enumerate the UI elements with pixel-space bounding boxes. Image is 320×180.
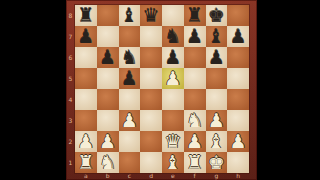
chessboard: ♜♝♛♜♚♟♞♟♝♟♟♞♟♟♟♟♟♞♟♟♟♛♟♝♟♜♞♝♜♚ bbox=[75, 5, 249, 173]
letterbox-left bbox=[0, 0, 66, 180]
rank-label-5: 5 bbox=[66, 68, 75, 89]
square-d5 bbox=[140, 68, 162, 89]
file-label-a: a bbox=[75, 172, 97, 180]
rank-label-3: 3 bbox=[66, 110, 75, 131]
square-e5: ♟ bbox=[162, 68, 184, 89]
square-f1: ♜ bbox=[184, 152, 206, 173]
square-f2: ♟ bbox=[184, 131, 206, 152]
black-knight-c6: ♞ bbox=[121, 47, 138, 68]
square-c6: ♞ bbox=[119, 47, 141, 68]
file-label-e: e bbox=[162, 172, 184, 180]
black-pawn-g6: ♟ bbox=[208, 47, 225, 68]
file-label-b: b bbox=[97, 172, 119, 180]
file-label-c: c bbox=[119, 172, 141, 180]
square-b7 bbox=[97, 26, 119, 47]
rank-label-8: 8 bbox=[66, 5, 75, 26]
square-b2: ♟ bbox=[97, 131, 119, 152]
white-bishop-e1: ♝ bbox=[164, 152, 181, 173]
square-a8: ♜ bbox=[75, 5, 97, 26]
letterbox-right bbox=[257, 0, 320, 180]
white-knight-f3: ♞ bbox=[186, 110, 203, 131]
square-b5 bbox=[97, 68, 119, 89]
square-e7: ♞ bbox=[162, 26, 184, 47]
square-c8: ♝ bbox=[119, 5, 141, 26]
square-d4 bbox=[140, 89, 162, 110]
black-pawn-a7: ♟ bbox=[77, 26, 94, 47]
black-rook-a8: ♜ bbox=[77, 5, 94, 26]
rank-label-1: 1 bbox=[66, 152, 75, 173]
square-a1: ♜ bbox=[75, 152, 97, 173]
square-c4 bbox=[119, 89, 141, 110]
square-g1: ♚ bbox=[206, 152, 228, 173]
rank-label-2: 2 bbox=[66, 131, 75, 152]
square-e1: ♝ bbox=[162, 152, 184, 173]
white-pawn-c3: ♟ bbox=[121, 110, 138, 131]
square-d6 bbox=[140, 47, 162, 68]
square-f8: ♜ bbox=[184, 5, 206, 26]
square-a3 bbox=[75, 110, 97, 131]
file-label-f: f bbox=[184, 172, 206, 180]
square-f7: ♟ bbox=[184, 26, 206, 47]
square-h7: ♟ bbox=[227, 26, 249, 47]
square-g7: ♝ bbox=[206, 26, 228, 47]
black-pawn-h7: ♟ bbox=[230, 26, 247, 47]
white-queen-e2: ♛ bbox=[164, 131, 181, 152]
rank-label-6: 6 bbox=[66, 47, 75, 68]
black-pawn-f7: ♟ bbox=[186, 26, 203, 47]
square-h3 bbox=[227, 110, 249, 131]
square-g4 bbox=[206, 89, 228, 110]
square-d8: ♛ bbox=[140, 5, 162, 26]
square-d7 bbox=[140, 26, 162, 47]
square-g2: ♝ bbox=[206, 131, 228, 152]
square-c7 bbox=[119, 26, 141, 47]
rank-label-7: 7 bbox=[66, 26, 75, 47]
file-label-g: g bbox=[206, 172, 228, 180]
square-a7: ♟ bbox=[75, 26, 97, 47]
file-label-d: d bbox=[140, 172, 162, 180]
square-d2 bbox=[140, 131, 162, 152]
square-a6 bbox=[75, 47, 97, 68]
square-b4 bbox=[97, 89, 119, 110]
black-pawn-b6: ♟ bbox=[99, 47, 116, 68]
square-f3: ♞ bbox=[184, 110, 206, 131]
square-b1: ♞ bbox=[97, 152, 119, 173]
white-pawn-b2: ♟ bbox=[99, 131, 116, 152]
white-knight-b1: ♞ bbox=[99, 152, 116, 173]
white-pawn-f2: ♟ bbox=[186, 131, 203, 152]
square-g5 bbox=[206, 68, 228, 89]
square-c3: ♟ bbox=[119, 110, 141, 131]
white-pawn-e5: ♟ bbox=[164, 68, 181, 89]
square-b6: ♟ bbox=[97, 47, 119, 68]
square-a5 bbox=[75, 68, 97, 89]
white-rook-f1: ♜ bbox=[186, 152, 203, 173]
square-h5 bbox=[227, 68, 249, 89]
square-h2: ♟ bbox=[227, 131, 249, 152]
square-e4 bbox=[162, 89, 184, 110]
black-king-g8: ♚ bbox=[208, 5, 225, 26]
file-label-h: h bbox=[227, 172, 249, 180]
file-labels: abcdefgh bbox=[75, 172, 249, 180]
square-e3 bbox=[162, 110, 184, 131]
square-d1 bbox=[140, 152, 162, 173]
square-c5: ♟ bbox=[119, 68, 141, 89]
square-c1 bbox=[119, 152, 141, 173]
square-f5 bbox=[184, 68, 206, 89]
square-h4 bbox=[227, 89, 249, 110]
white-pawn-h2: ♟ bbox=[230, 131, 247, 152]
square-e6: ♟ bbox=[162, 47, 184, 68]
black-pawn-e6: ♟ bbox=[164, 47, 181, 68]
square-a4 bbox=[75, 89, 97, 110]
square-h1 bbox=[227, 152, 249, 173]
black-queen-d8: ♛ bbox=[143, 5, 160, 26]
white-bishop-g2: ♝ bbox=[208, 131, 225, 152]
square-h6 bbox=[227, 47, 249, 68]
square-g3: ♟ bbox=[206, 110, 228, 131]
black-rook-f8: ♜ bbox=[186, 5, 203, 26]
black-bishop-g7: ♝ bbox=[208, 26, 225, 47]
square-b3 bbox=[97, 110, 119, 131]
square-c2 bbox=[119, 131, 141, 152]
square-e8 bbox=[162, 5, 184, 26]
white-pawn-g3: ♟ bbox=[208, 110, 225, 131]
video-frame: 87654321 abcdefgh ♜♝♛♜♚♟♞♟♝♟♟♞♟♟♟♟♟♞♟♟♟♛… bbox=[0, 0, 320, 180]
square-g6: ♟ bbox=[206, 47, 228, 68]
black-knight-e7: ♞ bbox=[164, 26, 181, 47]
black-pawn-c5: ♟ bbox=[121, 68, 138, 89]
square-e2: ♛ bbox=[162, 131, 184, 152]
square-d3 bbox=[140, 110, 162, 131]
white-rook-a1: ♜ bbox=[77, 152, 94, 173]
square-b8 bbox=[97, 5, 119, 26]
square-a2: ♟ bbox=[75, 131, 97, 152]
white-pawn-a2: ♟ bbox=[77, 131, 94, 152]
rank-label-4: 4 bbox=[66, 89, 75, 110]
square-g8: ♚ bbox=[206, 5, 228, 26]
square-f6 bbox=[184, 47, 206, 68]
rank-labels: 87654321 bbox=[66, 5, 75, 173]
square-h8 bbox=[227, 5, 249, 26]
black-bishop-c8: ♝ bbox=[121, 5, 138, 26]
square-f4 bbox=[184, 89, 206, 110]
white-king-g1: ♚ bbox=[208, 152, 225, 173]
